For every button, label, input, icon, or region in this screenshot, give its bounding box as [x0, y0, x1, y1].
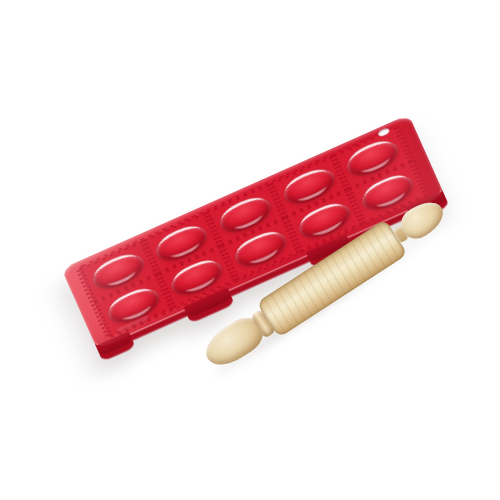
product-photo-stage	[0, 0, 500, 500]
